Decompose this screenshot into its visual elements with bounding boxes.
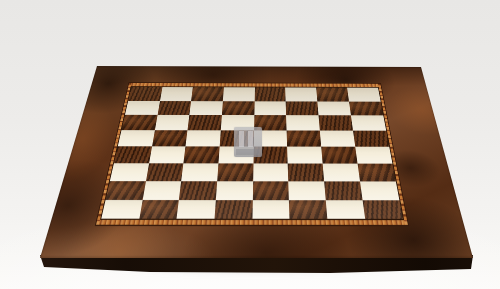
product-photo-scene — [0, 0, 500, 289]
square-a4 — [114, 146, 152, 163]
square-b3 — [146, 163, 184, 181]
square-f2 — [289, 181, 326, 200]
square-g2 — [324, 181, 362, 200]
watermark-overlay — [234, 127, 262, 157]
square-c6 — [188, 115, 222, 130]
square-a3 — [110, 163, 149, 181]
square-b5 — [152, 130, 188, 146]
square-e3 — [253, 163, 289, 181]
square-g1 — [326, 200, 365, 220]
square-h2 — [360, 181, 399, 200]
square-h3 — [357, 163, 395, 181]
square-h6 — [351, 116, 386, 131]
square-c5 — [186, 130, 221, 146]
square-d2 — [216, 181, 253, 200]
square-f3 — [288, 163, 324, 181]
square-e2 — [253, 181, 290, 200]
square-c2 — [179, 181, 217, 200]
square-b8 — [160, 87, 193, 101]
square-h1 — [362, 200, 402, 220]
square-f4 — [288, 147, 323, 164]
square-d7 — [222, 101, 255, 116]
square-a5 — [118, 130, 155, 146]
square-a1 — [101, 199, 142, 219]
square-d3 — [217, 163, 253, 181]
square-b6 — [155, 115, 190, 130]
square-g3 — [323, 163, 360, 181]
square-g7 — [317, 101, 350, 116]
square-b2 — [142, 181, 181, 200]
square-a6 — [121, 115, 157, 130]
square-h5 — [353, 131, 389, 147]
square-c7 — [190, 101, 223, 116]
square-a2 — [106, 181, 146, 200]
square-e8 — [255, 87, 286, 101]
square-c1 — [177, 200, 216, 220]
square-f5 — [287, 131, 321, 147]
square-g6 — [319, 116, 353, 131]
square-f7 — [286, 101, 319, 116]
square-f6 — [286, 115, 320, 130]
watermark-base — [236, 149, 260, 155]
square-g5 — [320, 131, 355, 147]
chessboard — [40, 66, 473, 258]
square-c4 — [184, 146, 220, 163]
square-c8 — [191, 87, 224, 101]
square-c3 — [182, 163, 219, 181]
square-d1 — [215, 200, 253, 220]
square-e7 — [254, 101, 286, 116]
square-a7 — [125, 101, 160, 116]
square-b7 — [157, 101, 191, 116]
square-h4 — [355, 147, 392, 164]
square-g8 — [316, 87, 349, 101]
square-b4 — [149, 146, 186, 163]
square-f8 — [286, 87, 318, 101]
watermark-glyph — [239, 131, 244, 147]
square-h7 — [349, 101, 383, 116]
square-e1 — [252, 200, 290, 220]
square-h8 — [347, 87, 380, 101]
square-g4 — [321, 147, 357, 164]
square-d8 — [223, 87, 255, 101]
square-a8 — [128, 87, 162, 101]
square-f1 — [289, 200, 327, 220]
square-b1 — [139, 199, 179, 219]
